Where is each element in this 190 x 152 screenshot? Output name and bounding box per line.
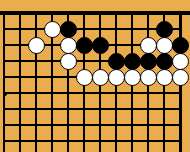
black-stone [156, 21, 173, 38]
white-stone [60, 53, 77, 70]
black-stone [156, 53, 173, 70]
go-diagram [0, 0, 190, 152]
black-stone [124, 53, 141, 70]
white-stone [172, 69, 189, 86]
grid-line-h [3, 92, 181, 94]
white-stone [28, 37, 45, 54]
white-stone [92, 69, 109, 86]
go-board [0, 0, 190, 152]
white-stone [108, 69, 125, 86]
white-stone [172, 53, 189, 70]
grid-line-v [3, 12, 5, 152]
white-stone [156, 37, 173, 54]
black-stone [140, 53, 157, 70]
black-stone [172, 37, 189, 54]
black-stone [92, 37, 109, 54]
white-stone [140, 69, 157, 86]
white-stone [60, 37, 77, 54]
grid-line-h [3, 124, 181, 126]
white-stone [156, 69, 173, 86]
grid-line-v [35, 12, 37, 152]
white-stone [124, 69, 141, 86]
board-edge-top [0, 11, 190, 15]
black-stone [60, 21, 77, 38]
grid-line-v [19, 12, 21, 152]
black-stone [76, 37, 93, 54]
grid-line-h [3, 140, 181, 142]
white-stone [140, 37, 157, 54]
grid-line-h [3, 28, 181, 30]
white-stone [44, 21, 61, 38]
star-point [3, 92, 7, 96]
black-stone [108, 53, 125, 70]
grid-line-h [3, 108, 181, 110]
white-stone [76, 69, 93, 86]
